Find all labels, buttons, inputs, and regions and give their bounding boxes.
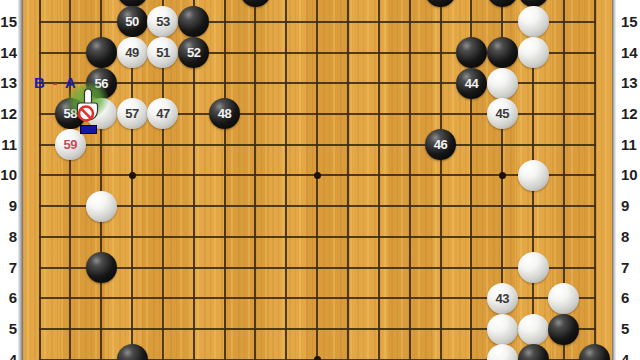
stone-white-45: 45	[487, 98, 518, 129]
grid-vertical-line	[440, 0, 442, 360]
stone-black	[456, 37, 487, 68]
right-strip-divider	[612, 0, 616, 360]
stone-white	[518, 160, 549, 191]
row-label-right-14: 14	[621, 44, 640, 62]
star-point	[314, 172, 321, 179]
stone-white	[548, 283, 579, 314]
stone-black	[487, 0, 518, 7]
stone-black-44: 44	[456, 68, 487, 99]
stone-white	[86, 191, 117, 222]
stone-white	[487, 68, 518, 99]
stone-black-50: 50	[117, 6, 148, 37]
grid-vertical-line	[316, 0, 318, 360]
star-point	[314, 356, 321, 360]
row-label-left-7: 7	[0, 259, 17, 277]
grid-vertical-line	[378, 0, 380, 360]
row-label-right-12: 12	[621, 105, 640, 123]
stone-black	[86, 37, 117, 68]
row-label-left-10: 10	[0, 166, 17, 184]
grid-horizontal-line	[39, 144, 596, 146]
row-label-left-11: 11	[0, 136, 17, 154]
row-label-right-4: 4	[621, 351, 640, 360]
row-label-left-13: 13	[0, 74, 17, 92]
stone-white-43: 43	[487, 283, 518, 314]
go-board[interactable]: 505349515256445857474845594643B-A	[23, 0, 612, 360]
grid-vertical-line	[347, 0, 349, 360]
stone-black	[86, 252, 117, 283]
stone-white	[518, 252, 549, 283]
row-label-right-13: 13	[621, 74, 640, 92]
grid-vertical-line	[285, 0, 287, 360]
no-drop-hand-cursor-icon	[75, 88, 101, 132]
star-point	[499, 172, 506, 179]
row-label-right-5: 5	[621, 320, 640, 338]
row-label-left-9: 9	[0, 197, 17, 215]
stone-white-53: 53	[147, 6, 178, 37]
grid-vertical-line	[594, 0, 596, 360]
stone-black-52: 52	[178, 37, 209, 68]
row-label-right-11: 11	[621, 136, 640, 154]
stone-white	[487, 314, 518, 345]
stone-white-49: 49	[117, 37, 148, 68]
grid-vertical-line	[254, 0, 256, 360]
stone-black	[518, 344, 549, 360]
stone-black-46: 46	[425, 129, 456, 160]
grid-horizontal-line	[39, 236, 596, 238]
star-point	[129, 172, 136, 179]
stone-black	[425, 0, 456, 7]
stone-black	[117, 344, 148, 360]
stone-black	[548, 314, 579, 345]
row-label-left-12: 12	[0, 105, 17, 123]
grid-vertical-line	[39, 0, 41, 360]
stone-black	[487, 37, 518, 68]
row-label-left-8: 8	[0, 228, 17, 246]
row-label-left-5: 5	[0, 320, 17, 338]
stone-white-57: 57	[117, 98, 148, 129]
stone-white-47: 47	[147, 98, 178, 129]
right-coordinate-strip: 151413121110987654	[616, 0, 640, 360]
stone-black	[240, 0, 271, 7]
row-label-right-8: 8	[621, 228, 640, 246]
grid-horizontal-line	[39, 205, 596, 207]
left-strip-divider	[18, 0, 23, 360]
grid-horizontal-line	[39, 267, 596, 269]
row-label-right-10: 10	[621, 166, 640, 184]
stone-white-51: 51	[147, 37, 178, 68]
grid-vertical-line	[409, 0, 411, 360]
go-app-screen: 505349515256445857474845594643B-A 151413…	[0, 0, 640, 360]
stone-white	[487, 344, 518, 360]
grid-vertical-line	[69, 0, 71, 360]
row-label-left-14: 14	[0, 44, 17, 62]
stone-black	[579, 344, 610, 360]
stone-black	[178, 6, 209, 37]
row-label-right-15: 15	[621, 13, 640, 31]
stone-white	[518, 6, 549, 37]
row-label-left-4: 4	[0, 351, 17, 360]
stone-black-48: 48	[209, 98, 240, 129]
grid-vertical-line	[224, 0, 226, 360]
left-coordinate-strip: 151413121110987654	[0, 0, 18, 360]
row-label-left-15: 15	[0, 13, 17, 31]
row-label-right-9: 9	[621, 197, 640, 215]
stone-white	[518, 314, 549, 345]
row-label-right-7: 7	[621, 259, 640, 277]
row-label-right-6: 6	[621, 289, 640, 307]
row-label-left-6: 6	[0, 289, 17, 307]
stone-white	[518, 37, 549, 68]
